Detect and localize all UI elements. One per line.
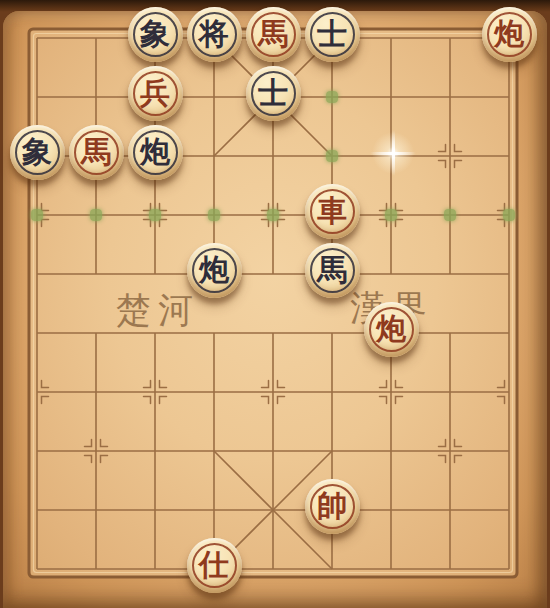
piece-black-cannon[interactable]: 炮 xyxy=(128,125,183,180)
board-grid[interactable]: 象将馬士炮兵士象馬炮車炮馬炮帥仕 xyxy=(8,9,539,599)
move-hint-dot[interactable] xyxy=(267,209,279,221)
piece-red-chariot[interactable]: 車 xyxy=(305,184,360,239)
move-hint-dot[interactable] xyxy=(444,209,456,221)
piece-character: 炮 xyxy=(187,243,242,298)
piece-black-elephant[interactable]: 象 xyxy=(128,7,183,62)
piece-red-soldier[interactable]: 兵 xyxy=(128,66,183,121)
piece-character: 将 xyxy=(187,7,242,62)
move-hint-dot[interactable] xyxy=(326,150,338,162)
piece-character: 炮 xyxy=(128,125,183,180)
piece-red-cannon[interactable]: 炮 xyxy=(482,7,537,62)
piece-character: 帥 xyxy=(305,479,360,534)
sparkle-effect xyxy=(369,129,417,177)
piece-red-cannon[interactable]: 炮 xyxy=(364,302,419,357)
piece-character: 象 xyxy=(10,125,65,180)
piece-black-advisor[interactable]: 士 xyxy=(246,66,301,121)
piece-black-elephant[interactable]: 象 xyxy=(10,125,65,180)
piece-black-general[interactable]: 将 xyxy=(187,7,242,62)
piece-character: 馬 xyxy=(305,243,360,298)
piece-character: 士 xyxy=(246,66,301,121)
piece-character: 仕 xyxy=(187,538,242,593)
piece-character: 炮 xyxy=(364,302,419,357)
piece-character: 馬 xyxy=(246,7,301,62)
move-hint-dot[interactable] xyxy=(208,209,220,221)
move-hint-dot[interactable] xyxy=(149,209,161,221)
piece-character: 馬 xyxy=(69,125,124,180)
move-hint-dot[interactable] xyxy=(503,209,515,221)
move-hint-dot[interactable] xyxy=(385,209,397,221)
piece-black-horse[interactable]: 馬 xyxy=(305,243,360,298)
piece-black-cannon[interactable]: 炮 xyxy=(187,243,242,298)
piece-character: 炮 xyxy=(482,7,537,62)
piece-red-general[interactable]: 帥 xyxy=(305,479,360,534)
piece-character: 車 xyxy=(305,184,360,239)
piece-character: 兵 xyxy=(128,66,183,121)
piece-red-horse[interactable]: 馬 xyxy=(246,7,301,62)
piece-character: 象 xyxy=(128,7,183,62)
move-hint-dot[interactable] xyxy=(31,209,43,221)
xiangqi-app-screen: 楚河 漢界 象将馬士炮兵士象馬炮車炮馬炮帥仕 xyxy=(0,0,550,608)
piece-red-advisor[interactable]: 仕 xyxy=(187,538,242,593)
move-hint-dot[interactable] xyxy=(90,209,102,221)
piece-red-horse[interactable]: 馬 xyxy=(69,125,124,180)
move-hint-dot[interactable] xyxy=(326,91,338,103)
piece-black-advisor[interactable]: 士 xyxy=(305,7,360,62)
piece-character: 士 xyxy=(305,7,360,62)
